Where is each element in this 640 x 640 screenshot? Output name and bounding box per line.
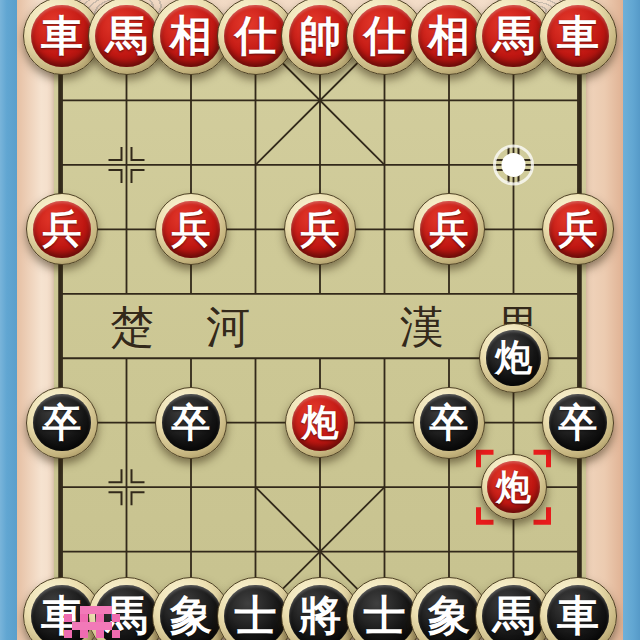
- piece-black-pawn[interactable]: 卒: [26, 387, 98, 459]
- piece-black-pawn[interactable]: 卒: [542, 387, 614, 459]
- piece-red-pawn[interactable]: 兵: [413, 193, 485, 265]
- piece-face: 車: [547, 5, 609, 67]
- piece-face: 士: [224, 585, 286, 640]
- piece-face: 炮: [487, 461, 540, 514]
- piece-red-pawn[interactable]: 兵: [542, 193, 614, 265]
- piece-character: 兵: [172, 202, 211, 256]
- piece-face: 馬: [482, 5, 544, 67]
- piece-character: 馬: [493, 588, 535, 640]
- piece-face: 兵: [549, 201, 606, 258]
- xiangqi-game-screen: 楚河 漢界 車馬相仕帥仕相馬車兵兵兵兵兵炮卒卒炮卒卒炮車馬象士將士象馬車: [0, 0, 640, 640]
- river-label-chu-he: 楚河: [110, 301, 302, 353]
- piece-face: 卒: [420, 394, 477, 451]
- cursor-pixel: [88, 606, 96, 614]
- piece-character: 仕: [364, 8, 406, 64]
- piece-face: 馬: [482, 585, 544, 640]
- piece-face: 象: [418, 585, 480, 640]
- piece-black-pawn[interactable]: 卒: [155, 387, 227, 459]
- piece-character: 兵: [559, 202, 598, 256]
- cursor-pixel: [80, 622, 88, 630]
- piece-face: 炮: [292, 395, 348, 451]
- piece-face: 相: [160, 5, 222, 67]
- piece-black-cannon[interactable]: 炮: [479, 323, 549, 393]
- piece-character: 炮: [496, 464, 531, 511]
- cursor-pixel: [96, 630, 104, 638]
- cursor-pixel: [104, 606, 112, 614]
- piece-character: 車: [557, 588, 599, 640]
- piece-character: 兵: [301, 202, 340, 256]
- piece-face: 兵: [291, 201, 348, 258]
- piece-character: 卒: [172, 396, 211, 450]
- piece-character: 士: [364, 588, 406, 640]
- cursor-pixel: [96, 606, 104, 614]
- piece-face: 帥: [289, 5, 351, 67]
- piece-face: 將: [289, 585, 351, 640]
- piece-red-chariot[interactable]: 車: [539, 0, 617, 75]
- piece-face: 象: [160, 585, 222, 640]
- piece-red-cannon[interactable]: 炮: [481, 454, 547, 520]
- piece-character: 兵: [43, 202, 82, 256]
- piece-face: 仕: [224, 5, 286, 67]
- cursor-pixel: [80, 606, 88, 614]
- piece-character: 帥: [299, 8, 341, 64]
- piece-black-pawn[interactable]: 卒: [413, 387, 485, 459]
- piece-character: 車: [41, 8, 83, 64]
- piece-character: 仕: [235, 8, 277, 64]
- piece-face: 仕: [353, 5, 415, 67]
- piece-character: 車: [557, 8, 599, 64]
- piece-face: 車: [31, 5, 93, 67]
- cursor-pixel: [72, 622, 80, 630]
- piece-character: 炮: [302, 398, 339, 448]
- cursor-pixel: [112, 630, 120, 638]
- piece-face: 兵: [420, 201, 477, 258]
- piece-character: 馬: [106, 8, 148, 64]
- piece-character: 相: [428, 8, 470, 64]
- piece-face: 兵: [33, 201, 90, 258]
- piece-face: 相: [418, 5, 480, 67]
- piece-character: 兵: [430, 202, 469, 256]
- piece-character: 卒: [430, 396, 469, 450]
- piece-character: 相: [170, 8, 212, 64]
- piece-face: 兵: [162, 201, 219, 258]
- piece-red-pawn[interactable]: 兵: [284, 193, 356, 265]
- piece-character: 炮: [495, 333, 532, 383]
- piece-character: 馬: [493, 8, 535, 64]
- piece-character: 象: [428, 588, 470, 640]
- cursor-pixel: [80, 614, 88, 622]
- piece-face: 士: [353, 585, 415, 640]
- piece-face: 車: [547, 585, 609, 640]
- cursor-pixel: [88, 622, 96, 630]
- piece-character: 象: [170, 588, 212, 640]
- piece-character: 車: [41, 588, 83, 640]
- right-blue-rail: [623, 0, 640, 640]
- piece-face: 炮: [486, 330, 542, 386]
- piece-red-pawn[interactable]: 兵: [26, 193, 98, 265]
- cursor-pixel: [104, 622, 112, 630]
- cursor-pixel: [80, 630, 88, 638]
- piece-character: 卒: [559, 396, 598, 450]
- piece-red-cannon[interactable]: 炮: [285, 388, 355, 458]
- cursor-pixel: [96, 622, 104, 630]
- piece-character: 士: [235, 588, 277, 640]
- cursor-pixel: [64, 630, 72, 638]
- left-blue-rail: [0, 0, 17, 640]
- cursor-pixel: [112, 614, 120, 622]
- piece-face: 卒: [162, 394, 219, 451]
- piece-face: 卒: [33, 394, 90, 451]
- piece-red-pawn[interactable]: 兵: [155, 193, 227, 265]
- piece-face: 卒: [549, 394, 606, 451]
- cursor-pixel: [64, 614, 72, 622]
- piece-character: 將: [299, 588, 341, 640]
- cursor-pixel: [96, 614, 104, 622]
- piece-character: 卒: [43, 396, 82, 450]
- piece-face: 馬: [95, 5, 157, 67]
